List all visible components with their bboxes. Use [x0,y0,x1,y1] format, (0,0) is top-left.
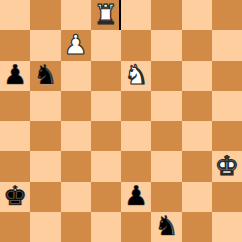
square-g3[interactable] [182,151,212,181]
square-h4[interactable] [212,121,242,151]
square-e2[interactable]: ♟ [121,182,151,212]
square-a7[interactable] [0,30,30,60]
square-b8[interactable] [30,0,60,30]
square-f4[interactable] [151,121,181,151]
piece-black-pawn[interactable]: ♟ [124,182,148,209]
piece-black-king[interactable]: ♚ [3,182,27,209]
square-f7[interactable] [151,30,181,60]
square-e4[interactable] [121,121,151,151]
square-g5[interactable] [182,91,212,121]
square-b4[interactable] [30,121,60,151]
square-d8[interactable]: ♜ [91,0,121,30]
square-h6[interactable] [212,61,242,91]
square-f2[interactable] [151,182,181,212]
square-g4[interactable] [182,121,212,151]
piece-white-knight[interactable]: ♞ [124,61,148,88]
square-f1[interactable]: ♞ [151,212,181,242]
square-g1[interactable] [182,212,212,242]
square-c1[interactable] [61,212,91,242]
square-f6[interactable] [151,61,181,91]
square-f5[interactable] [151,91,181,121]
square-g7[interactable] [182,30,212,60]
square-e8[interactable] [121,0,151,30]
square-c4[interactable] [61,121,91,151]
square-b2[interactable] [30,182,60,212]
piece-black-pawn[interactable]: ♟ [3,61,27,88]
square-d3[interactable] [91,151,121,181]
square-h7[interactable] [212,30,242,60]
piece-white-pawn[interactable]: ♟ [64,31,88,58]
chess-board: ♜♟♟♞♞♚♚♟♞ [0,0,242,242]
square-h3[interactable]: ♚ [212,151,242,181]
square-e6[interactable]: ♞ [121,61,151,91]
square-b5[interactable] [30,91,60,121]
square-d4[interactable] [91,121,121,151]
square-c7[interactable]: ♟ [61,30,91,60]
square-e3[interactable] [121,151,151,181]
square-g6[interactable] [182,61,212,91]
square-b3[interactable] [30,151,60,181]
square-d6[interactable] [91,61,121,91]
square-c8[interactable] [61,0,91,30]
square-d7[interactable] [91,30,121,60]
square-a4[interactable] [0,121,30,151]
square-h8[interactable] [212,0,242,30]
square-c3[interactable] [61,151,91,181]
square-a1[interactable] [0,212,30,242]
square-c6[interactable] [61,61,91,91]
piece-white-rook[interactable]: ♜ [94,1,118,28]
square-a3[interactable] [0,151,30,181]
piece-white-king[interactable]: ♚ [215,152,239,179]
square-h1[interactable] [212,212,242,242]
square-e5[interactable] [121,91,151,121]
square-a8[interactable] [0,0,30,30]
square-f3[interactable] [151,151,181,181]
square-g8[interactable] [182,0,212,30]
square-g2[interactable] [182,182,212,212]
square-b6[interactable]: ♞ [30,61,60,91]
square-b1[interactable] [30,212,60,242]
square-e7[interactable] [121,30,151,60]
square-c2[interactable] [61,182,91,212]
square-d2[interactable] [91,182,121,212]
square-h5[interactable] [212,91,242,121]
square-b7[interactable] [30,30,60,60]
square-f8[interactable] [151,0,181,30]
square-a6[interactable]: ♟ [0,61,30,91]
square-c5[interactable] [61,91,91,121]
square-d5[interactable] [91,91,121,121]
square-h2[interactable] [212,182,242,212]
piece-black-knight[interactable]: ♞ [154,212,178,239]
square-d1[interactable] [91,212,121,242]
square-a5[interactable] [0,91,30,121]
square-e1[interactable] [121,212,151,242]
sprite-artifact-line [119,0,121,30]
square-a2[interactable]: ♚ [0,182,30,212]
piece-black-knight[interactable]: ♞ [33,61,57,88]
